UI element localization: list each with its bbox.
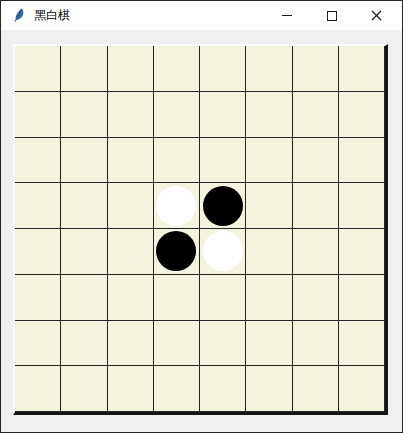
board-cell-e4[interactable]	[200, 183, 246, 229]
board-cell-e7[interactable]	[200, 321, 246, 367]
board-cell-d1[interactable]	[154, 46, 200, 92]
board-cell-g4[interactable]	[293, 183, 339, 229]
black-disc	[156, 231, 196, 271]
titlebar[interactable]: 黑白棋	[1, 1, 402, 30]
board-cell-a7[interactable]	[15, 321, 61, 367]
minimize-button[interactable]	[264, 1, 309, 30]
board-cell-h6[interactable]	[339, 275, 385, 321]
black-disc	[203, 186, 243, 226]
board-cell-h1[interactable]	[339, 46, 385, 92]
board-cell-a5[interactable]	[15, 229, 61, 275]
caption-buttons	[264, 1, 399, 30]
board-cell-b4[interactable]	[61, 183, 107, 229]
board-cell-b6[interactable]	[61, 275, 107, 321]
board-cell-b5[interactable]	[61, 229, 107, 275]
board-cell-d6[interactable]	[154, 275, 200, 321]
minimize-icon	[282, 15, 292, 16]
board-cell-e6[interactable]	[200, 275, 246, 321]
board-cell-f2[interactable]	[246, 92, 292, 138]
board-cell-e8[interactable]	[200, 366, 246, 412]
board-cell-f6[interactable]	[246, 275, 292, 321]
board-cell-d4[interactable]	[154, 183, 200, 229]
board-cell-g8[interactable]	[293, 366, 339, 412]
board-cell-f5[interactable]	[246, 229, 292, 275]
white-disc	[156, 186, 196, 226]
board-cell-b3[interactable]	[61, 138, 107, 184]
board-cell-e1[interactable]	[200, 46, 246, 92]
board-cell-e2[interactable]	[200, 92, 246, 138]
board-cell-a4[interactable]	[15, 183, 61, 229]
maximize-icon	[327, 11, 337, 21]
board-cell-a1[interactable]	[15, 46, 61, 92]
board-cell-c7[interactable]	[108, 321, 154, 367]
board-cell-g3[interactable]	[293, 138, 339, 184]
board-cell-c6[interactable]	[108, 275, 154, 321]
board-cell-h7[interactable]	[339, 321, 385, 367]
close-icon	[371, 10, 382, 21]
board-cell-c5[interactable]	[108, 229, 154, 275]
tk-feather-icon	[11, 8, 26, 23]
board-cell-d2[interactable]	[154, 92, 200, 138]
maximize-button[interactable]	[309, 1, 354, 30]
board-cell-h5[interactable]	[339, 229, 385, 275]
board-cell-a8[interactable]	[15, 366, 61, 412]
white-disc	[203, 231, 243, 271]
board-cell-e5[interactable]	[200, 229, 246, 275]
board-cell-c8[interactable]	[108, 366, 154, 412]
board-cell-b2[interactable]	[61, 92, 107, 138]
board-cell-f7[interactable]	[246, 321, 292, 367]
board-cell-g7[interactable]	[293, 321, 339, 367]
board-cell-c3[interactable]	[108, 138, 154, 184]
close-button[interactable]	[354, 1, 399, 30]
board-cell-d8[interactable]	[154, 366, 200, 412]
board-cell-a2[interactable]	[15, 92, 61, 138]
board-cell-d7[interactable]	[154, 321, 200, 367]
board-cell-f3[interactable]	[246, 138, 292, 184]
board-cell-g6[interactable]	[293, 275, 339, 321]
window-title: 黑白棋	[34, 7, 70, 24]
board-cell-f4[interactable]	[246, 183, 292, 229]
board-cell-f1[interactable]	[246, 46, 292, 92]
board-cell-d3[interactable]	[154, 138, 200, 184]
board-cell-h3[interactable]	[339, 138, 385, 184]
board-cell-a6[interactable]	[15, 275, 61, 321]
board-cell-b8[interactable]	[61, 366, 107, 412]
board-cell-h4[interactable]	[339, 183, 385, 229]
board-cell-a3[interactable]	[15, 138, 61, 184]
client-area	[1, 30, 402, 432]
board-cell-c4[interactable]	[108, 183, 154, 229]
board-cell-c1[interactable]	[108, 46, 154, 92]
othello-board	[13, 44, 388, 415]
board-cell-b1[interactable]	[61, 46, 107, 92]
app-window: 黑白棋	[0, 0, 403, 433]
board-cell-h8[interactable]	[339, 366, 385, 412]
board-cell-c2[interactable]	[108, 92, 154, 138]
board-cell-f8[interactable]	[246, 366, 292, 412]
board-cell-b7[interactable]	[61, 321, 107, 367]
board-cell-h2[interactable]	[339, 92, 385, 138]
board-cell-g2[interactable]	[293, 92, 339, 138]
board-cell-d5[interactable]	[154, 229, 200, 275]
board-cell-g1[interactable]	[293, 46, 339, 92]
board-cell-e3[interactable]	[200, 138, 246, 184]
board-cell-g5[interactable]	[293, 229, 339, 275]
